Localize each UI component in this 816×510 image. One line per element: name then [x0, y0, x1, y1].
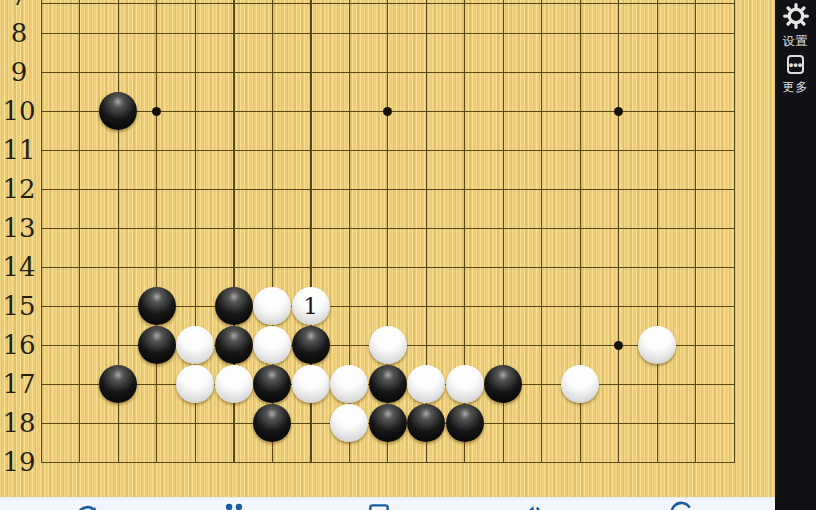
black-stone	[369, 365, 407, 403]
white-stone	[330, 365, 368, 403]
star-point	[614, 341, 623, 350]
move-number-marker: 1	[292, 287, 330, 325]
row-label-19: 19	[0, 444, 38, 480]
white-stone	[253, 326, 291, 364]
board-surface[interactable]: 789101112131415161718191	[0, 0, 775, 497]
row-label-11: 11	[0, 132, 38, 168]
black-stone	[99, 92, 137, 130]
white-stone	[176, 365, 214, 403]
black-stone	[253, 404, 291, 442]
black-stone	[215, 326, 253, 364]
row-label-9: 9	[0, 54, 38, 90]
star-point	[383, 107, 392, 116]
row-label-14: 14	[0, 249, 38, 285]
white-stone	[215, 365, 253, 403]
settings-button[interactable]: 设置	[775, 3, 816, 50]
black-stone	[99, 365, 137, 403]
black-stone	[446, 404, 484, 442]
ellipsis-box-icon: •••	[787, 55, 805, 74]
more-button[interactable]: ••• 更多	[775, 55, 816, 96]
row-label-12: 12	[0, 171, 38, 207]
row-label-17: 17	[0, 366, 38, 402]
go-app-screen: 789101112131415161718191	[0, 0, 816, 510]
black-stone	[215, 287, 253, 325]
settings-label: 设置	[775, 33, 816, 50]
arc-icon[interactable]	[668, 500, 694, 510]
star-point	[152, 107, 161, 116]
black-stone	[292, 326, 330, 364]
black-stone	[484, 365, 522, 403]
players-icon[interactable]	[221, 500, 247, 510]
white-stone	[292, 365, 330, 403]
white-stone	[330, 404, 368, 442]
white-stone	[253, 287, 291, 325]
board-square-icon[interactable]	[366, 500, 392, 510]
right-panel: 设置 ••• 更多	[775, 0, 816, 510]
row-label-16: 16	[0, 327, 38, 363]
star-point	[614, 107, 623, 116]
speaker-icon[interactable]	[520, 500, 546, 510]
row-label-7: 7	[0, 0, 38, 14]
row-label-13: 13	[0, 210, 38, 246]
curved-arrow-icon[interactable]	[73, 500, 99, 510]
white-stone	[369, 326, 407, 364]
row-label-10: 10	[0, 93, 38, 129]
black-stone	[138, 326, 176, 364]
white-stone	[446, 365, 484, 403]
white-stone: 1	[292, 287, 330, 325]
white-stone	[176, 326, 214, 364]
black-stone	[407, 404, 445, 442]
white-stone	[561, 365, 599, 403]
row-label-8: 8	[0, 15, 38, 51]
white-stone	[638, 326, 676, 364]
row-label-15: 15	[0, 288, 38, 324]
gear-icon	[783, 15, 809, 32]
black-stone	[138, 287, 176, 325]
black-stone	[253, 365, 291, 403]
white-stone	[407, 365, 445, 403]
more-label: 更多	[775, 79, 816, 96]
board-row7-line	[41, 3, 735, 4]
row-label-18: 18	[0, 405, 38, 441]
black-stone	[369, 404, 407, 442]
